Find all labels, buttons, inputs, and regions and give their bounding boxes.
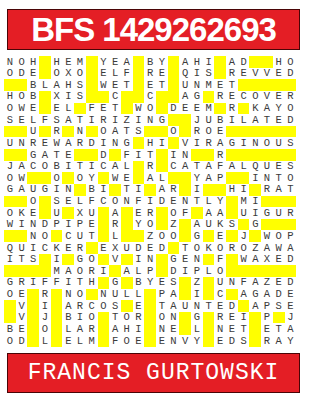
letter-cell: G [39, 184, 51, 196]
blocked-cell [249, 149, 261, 161]
blocked-cell [39, 68, 51, 80]
author-name: FRANCIS GURTOWSKI [28, 360, 280, 386]
blocked-cell [261, 149, 273, 161]
letter-cell: T [226, 79, 238, 91]
book-title: BFS 1429262693 [31, 11, 276, 49]
letter-cell: X [109, 242, 121, 254]
letter-cell: O [144, 103, 156, 115]
letter-cell: O [249, 91, 261, 103]
letter-cell: Y [273, 103, 285, 115]
letter-cell: G [226, 137, 238, 149]
letter-cell: G [156, 114, 168, 126]
letter-cell: A [51, 79, 63, 91]
letter-cell: I [16, 219, 28, 231]
letter-cell: F [238, 277, 250, 289]
letter-cell: T [74, 161, 86, 173]
letter-cell: C [214, 289, 226, 301]
letter-cell: A [168, 289, 180, 301]
letter-cell: O [238, 242, 250, 254]
letter-cell: U [273, 207, 285, 219]
letter-cell: I [191, 289, 203, 301]
letter-cell: O [156, 230, 168, 242]
blocked-cell [39, 103, 51, 115]
letter-cell: A [109, 161, 121, 173]
letter-cell: N [62, 289, 74, 301]
letter-cell: O [27, 196, 39, 208]
letter-cell: L [133, 265, 145, 277]
blocked-cell [133, 91, 145, 103]
blocked-cell [51, 335, 63, 347]
letter-cell: N [168, 335, 180, 347]
letter-cell: F [214, 254, 226, 266]
letter-cell: Q [179, 68, 191, 80]
letter-cell: I [179, 265, 191, 277]
letter-cell: T [238, 323, 250, 335]
letter-cell: D [285, 114, 297, 126]
blocked-cell [226, 265, 238, 277]
letter-cell: A [191, 219, 203, 231]
letter-cell: K [214, 219, 226, 231]
letter-cell: A [39, 149, 51, 161]
letter-cell: N [74, 126, 86, 138]
letter-cell: N [191, 300, 203, 312]
letter-cell: N [62, 184, 74, 196]
letter-cell: R [144, 161, 156, 173]
letter-cell: I [98, 265, 110, 277]
letter-cell: T [109, 103, 121, 115]
blocked-cell [203, 230, 215, 242]
letter-cell: G [168, 254, 180, 266]
blocked-cell [98, 323, 110, 335]
letter-cell: T [51, 149, 63, 161]
letter-cell: E [226, 91, 238, 103]
letter-cell: U [16, 242, 28, 254]
blocked-cell [133, 68, 145, 80]
letter-cell: Y [133, 219, 145, 231]
blocked-cell [249, 265, 261, 277]
blocked-cell [261, 219, 273, 231]
letter-cell: N [226, 277, 238, 289]
letter-cell: D [86, 137, 98, 149]
blocked-cell [86, 56, 98, 68]
letter-cell: E [273, 68, 285, 80]
blocked-cell [168, 68, 180, 80]
letter-cell: E [51, 103, 63, 115]
blocked-cell [62, 207, 74, 219]
blocked-cell [133, 161, 145, 173]
letter-cell: I [191, 68, 203, 80]
letter-cell: N [16, 137, 28, 149]
blocked-cell [27, 335, 39, 347]
letter-cell: E [273, 114, 285, 126]
letter-cell: J [285, 312, 297, 324]
letter-cell: D [285, 277, 297, 289]
blocked-cell [16, 230, 28, 242]
blocked-cell [39, 207, 51, 219]
letter-cell: A [226, 161, 238, 173]
letter-cell: F [214, 161, 226, 173]
letter-cell: G [191, 312, 203, 324]
blocked-cell [133, 79, 145, 91]
letter-cell: C [109, 91, 121, 103]
letter-cell: S [109, 300, 121, 312]
blocked-cell [4, 149, 16, 161]
blocked-cell [121, 219, 133, 231]
letter-cell: A [144, 172, 156, 184]
letter-cell: R [109, 219, 121, 231]
letter-cell: E [238, 68, 250, 80]
letter-cell: O [4, 103, 16, 115]
letter-cell: E [214, 300, 226, 312]
blocked-cell [62, 126, 74, 138]
letter-cell: E [62, 56, 74, 68]
letter-cell: O [109, 196, 121, 208]
letter-cell: L [203, 196, 215, 208]
blocked-cell [109, 149, 121, 161]
letter-cell: Y [285, 335, 297, 347]
letter-cell: E [86, 219, 98, 231]
letter-cell: R [226, 103, 238, 115]
blocked-cell [51, 323, 63, 335]
letter-cell: D [98, 149, 110, 161]
letter-cell: A [285, 323, 297, 335]
letter-cell: R [214, 149, 226, 161]
blocked-cell [121, 254, 133, 266]
letter-cell: R [74, 300, 86, 312]
letter-cell: G [121, 137, 133, 149]
blocked-cell [273, 79, 285, 91]
blocked-cell [249, 230, 261, 242]
blocked-cell [16, 126, 28, 138]
letter-cell: L [156, 172, 168, 184]
blocked-cell [144, 126, 156, 138]
letter-cell: O [285, 56, 297, 68]
letter-cell: G [4, 184, 16, 196]
blocked-cell [86, 149, 98, 161]
letter-cell: A [109, 126, 121, 138]
blocked-cell [121, 277, 133, 289]
letter-cell: B [133, 277, 145, 289]
letter-cell: P [156, 289, 168, 301]
blocked-cell [168, 172, 180, 184]
blocked-cell [168, 137, 180, 149]
letter-cell: N [98, 289, 110, 301]
blocked-cell [98, 91, 110, 103]
letter-cell: O [86, 254, 98, 266]
blocked-cell [179, 312, 191, 324]
letter-cell: T [144, 149, 156, 161]
letter-cell: R [261, 184, 273, 196]
letter-cell: V [179, 137, 191, 149]
blocked-cell [156, 149, 168, 161]
blocked-cell [168, 91, 180, 103]
letter-cell: L [62, 103, 74, 115]
letter-cell: G [74, 254, 86, 266]
letter-cell: P [144, 265, 156, 277]
letter-cell: H [191, 56, 203, 68]
letter-cell: P [214, 172, 226, 184]
letter-cell: C [98, 161, 110, 173]
letter-cell: M [86, 335, 98, 347]
letter-cell: C [98, 196, 110, 208]
letter-cell: E [62, 335, 74, 347]
letter-cell: N [156, 323, 168, 335]
letter-cell: L [39, 335, 51, 347]
letter-cell: F [109, 335, 121, 347]
blocked-cell [86, 68, 98, 80]
letter-cell: U [51, 207, 63, 219]
letter-cell: N [144, 114, 156, 126]
blocked-cell [39, 254, 51, 266]
blocked-cell [249, 79, 261, 91]
letter-cell: T [86, 230, 98, 242]
letter-cell: D [156, 196, 168, 208]
letter-cell: S [273, 300, 285, 312]
letter-cell: S [285, 161, 297, 173]
letter-cell: I [62, 277, 74, 289]
blocked-cell [261, 126, 273, 138]
letter-cell: L [74, 196, 86, 208]
blocked-cell [249, 184, 261, 196]
letter-cell: Y [144, 277, 156, 289]
letter-cell: S [74, 79, 86, 91]
letter-cell: T [109, 312, 121, 324]
blocked-cell [144, 184, 156, 196]
letter-cell: R [285, 91, 297, 103]
letter-cell: A [62, 114, 74, 126]
letter-cell: I [133, 184, 145, 196]
blocked-cell [4, 126, 16, 138]
letter-cell: E [133, 207, 145, 219]
letter-cell: O [4, 289, 16, 301]
letter-cell: A [285, 242, 297, 254]
letter-cell: N [191, 254, 203, 266]
letter-cell: X [62, 68, 74, 80]
blocked-cell [109, 265, 121, 277]
letter-cell: I [249, 196, 261, 208]
letter-cell: A [203, 207, 215, 219]
letter-cell: C [86, 300, 98, 312]
blocked-cell [39, 91, 51, 103]
letter-cell: E [168, 196, 180, 208]
letter-cell: O [285, 103, 297, 115]
letter-cell: L [203, 265, 215, 277]
blocked-cell [144, 335, 156, 347]
letter-cell: D [285, 254, 297, 266]
blocked-cell [179, 289, 191, 301]
blocked-cell [98, 230, 110, 242]
letter-cell: F [86, 196, 98, 208]
letter-cell: D [285, 68, 297, 80]
blocked-cell [133, 230, 145, 242]
letter-cell: S [51, 196, 63, 208]
letter-cell: N [261, 172, 273, 184]
letter-cell: U [27, 126, 39, 138]
letter-cell: Y [191, 172, 203, 184]
letter-cell: E [98, 103, 110, 115]
blocked-cell [86, 289, 98, 301]
letter-cell: D [16, 335, 28, 347]
letter-cell: K [51, 242, 63, 254]
blocked-cell [121, 300, 133, 312]
letter-cell: O [121, 335, 133, 347]
blocked-cell [273, 126, 285, 138]
letter-cell: R [226, 68, 238, 80]
blocked-cell [109, 184, 121, 196]
letter-cell: E [62, 149, 74, 161]
blocked-cell [98, 335, 110, 347]
blocked-cell [62, 254, 74, 266]
blocked-cell [39, 196, 51, 208]
blocked-cell [191, 207, 203, 219]
blocked-cell [261, 56, 273, 68]
blocked-cell [168, 114, 180, 126]
letter-cell: I [98, 137, 110, 149]
blocked-cell [179, 219, 191, 231]
blocked-cell [203, 277, 215, 289]
letter-cell: G [261, 207, 273, 219]
blocked-cell [74, 103, 86, 115]
letter-cell: A [261, 242, 273, 254]
letter-cell: T [156, 300, 168, 312]
letter-cell: P [51, 219, 63, 231]
letter-cell: O [285, 172, 297, 184]
letter-cell: E [39, 137, 51, 149]
letter-cell: L [238, 161, 250, 173]
blocked-cell [238, 265, 250, 277]
letter-cell: O [203, 126, 215, 138]
letter-cell: O [74, 289, 86, 301]
letter-cell: R [74, 242, 86, 254]
letter-cell: P [74, 219, 86, 231]
letter-cell: E [109, 79, 121, 91]
letter-cell: M [51, 265, 63, 277]
letter-cell: O [168, 207, 180, 219]
letter-cell: F [133, 196, 145, 208]
letter-cell: R [86, 265, 98, 277]
letter-cell: A [109, 207, 121, 219]
letter-cell: G [249, 289, 261, 301]
letter-cell: A [214, 207, 226, 219]
letter-cell: R [144, 68, 156, 80]
letter-cell: E [214, 79, 226, 91]
letter-cell: F [86, 103, 98, 115]
blocked-cell [226, 230, 238, 242]
letter-cell: E [179, 254, 191, 266]
blocked-cell [179, 114, 191, 126]
blocked-cell [98, 207, 110, 219]
blocked-cell [4, 230, 16, 242]
letter-cell: U [109, 289, 121, 301]
letter-cell: D [238, 56, 250, 68]
letter-cell: S [226, 219, 238, 231]
letter-cell: R [98, 114, 110, 126]
letter-cell: U [203, 219, 215, 231]
blocked-cell [273, 265, 285, 277]
letter-cell: S [168, 277, 180, 289]
letter-cell: K [203, 242, 215, 254]
letter-cell: A [249, 254, 261, 266]
blocked-cell [214, 68, 226, 80]
letter-cell: I [191, 137, 203, 149]
letter-cell: G [191, 230, 203, 242]
blocked-cell [98, 254, 110, 266]
blocked-cell [179, 172, 191, 184]
blocked-cell [27, 289, 39, 301]
letter-cell: L [121, 289, 133, 301]
letter-cell: L [74, 335, 86, 347]
letter-cell: I [238, 312, 250, 324]
letter-cell: O [191, 242, 203, 254]
letter-cell: S [285, 137, 297, 149]
letter-cell: G [27, 149, 39, 161]
letter-cell: R [285, 207, 297, 219]
letter-cell: R [203, 137, 215, 149]
letter-cell: I [191, 184, 203, 196]
letter-cell: E [62, 196, 74, 208]
letter-cell: A [16, 184, 28, 196]
letter-cell: A [179, 56, 191, 68]
blocked-cell [27, 323, 39, 335]
blocked-cell [273, 196, 285, 208]
letter-cell: U [214, 277, 226, 289]
blocked-cell [226, 172, 238, 184]
letter-cell: S [27, 254, 39, 266]
letter-cell: W [16, 172, 28, 184]
letter-cell: A [179, 91, 191, 103]
letter-cell: R [74, 137, 86, 149]
letter-cell: G [191, 91, 203, 103]
blocked-cell [179, 323, 191, 335]
blocked-cell [285, 265, 297, 277]
letter-cell: H [226, 184, 238, 196]
letter-cell: T [273, 172, 285, 184]
letter-cell: E [16, 289, 28, 301]
letter-cell: E [261, 323, 273, 335]
letter-cell: E [98, 68, 110, 80]
letter-cell: T [156, 79, 168, 91]
blocked-cell [51, 289, 63, 301]
blocked-cell [156, 103, 168, 115]
blocked-cell [86, 126, 98, 138]
letter-cell: T [121, 184, 133, 196]
letter-cell: H [4, 91, 16, 103]
letter-cell: A [261, 289, 273, 301]
blocked-cell [191, 149, 203, 161]
letter-cell: D [226, 335, 238, 347]
letter-cell: T [179, 242, 191, 254]
letter-cell: U [121, 242, 133, 254]
letter-cell: D [156, 242, 168, 254]
letter-cell: A [226, 56, 238, 68]
letter-cell: O [74, 172, 86, 184]
letter-cell: E [179, 103, 191, 115]
blocked-cell [179, 230, 191, 242]
blocked-cell [238, 149, 250, 161]
blocked-cell [27, 312, 39, 324]
letter-cell: R [168, 184, 180, 196]
letter-cell: W [98, 79, 110, 91]
letter-cell: S [74, 91, 86, 103]
letter-cell: I [98, 184, 110, 196]
letter-cell: M [203, 79, 215, 91]
letter-cell: A [214, 137, 226, 149]
letter-cell: B [86, 184, 98, 196]
letter-cell: V [261, 68, 273, 80]
blocked-cell [273, 149, 285, 161]
letter-cell: S [203, 68, 215, 80]
blocked-cell [16, 196, 28, 208]
